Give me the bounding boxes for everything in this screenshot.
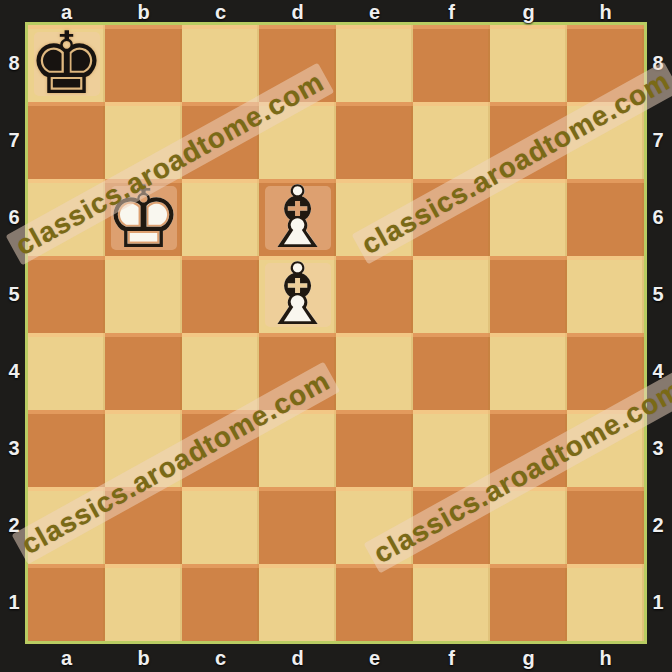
square-h8 bbox=[567, 25, 644, 102]
square-b8 bbox=[105, 25, 182, 102]
rank-label-left-7: 7 bbox=[0, 102, 28, 179]
square-b4 bbox=[105, 333, 182, 410]
square-g4 bbox=[490, 333, 567, 410]
square-b5 bbox=[105, 256, 182, 333]
square-b6: ♚♔ bbox=[105, 179, 182, 256]
rank-label-right-5: 5 bbox=[644, 256, 672, 333]
square-h5 bbox=[567, 256, 644, 333]
square-g3 bbox=[490, 410, 567, 487]
square-f6 bbox=[413, 179, 490, 256]
square-g1 bbox=[490, 564, 567, 641]
square-d1 bbox=[259, 564, 336, 641]
rank-label-right-3: 3 bbox=[644, 410, 672, 487]
square-f2 bbox=[413, 487, 490, 564]
white-king-outline-b6: ♔ bbox=[105, 179, 182, 256]
square-f1 bbox=[413, 564, 490, 641]
square-c4 bbox=[182, 333, 259, 410]
rank-label-right-1: 1 bbox=[644, 564, 672, 641]
square-g5 bbox=[490, 256, 567, 333]
square-e1 bbox=[336, 564, 413, 641]
rank-label-left-8: 8 bbox=[0, 25, 28, 102]
square-c1 bbox=[182, 564, 259, 641]
square-g2 bbox=[490, 487, 567, 564]
square-e7 bbox=[336, 102, 413, 179]
file-label-bottom-a: a bbox=[28, 646, 105, 671]
square-b3 bbox=[105, 410, 182, 487]
file-label-top-a: a bbox=[28, 0, 105, 25]
square-g8 bbox=[490, 25, 567, 102]
rank-label-right-7: 7 bbox=[644, 102, 672, 179]
chess-board: ♚♚♔♝♗♝♗ bbox=[28, 25, 644, 641]
file-label-bottom-b: b bbox=[105, 646, 182, 671]
rank-label-right-4: 4 bbox=[644, 333, 672, 410]
square-d2 bbox=[259, 487, 336, 564]
rank-label-left-1: 1 bbox=[0, 564, 28, 641]
file-label-top-d: d bbox=[259, 0, 336, 25]
square-c3 bbox=[182, 410, 259, 487]
square-h7 bbox=[567, 102, 644, 179]
square-e5 bbox=[336, 256, 413, 333]
square-b2 bbox=[105, 487, 182, 564]
square-d8 bbox=[259, 25, 336, 102]
file-label-top-h: h bbox=[567, 0, 644, 25]
chess-diagram: ♚♚♔♝♗♝♗ abcdefgh abcdefgh 87654321 87654… bbox=[0, 0, 672, 672]
square-d3 bbox=[259, 410, 336, 487]
square-c6 bbox=[182, 179, 259, 256]
rank-label-left-2: 2 bbox=[0, 487, 28, 564]
file-label-bottom-h: h bbox=[567, 646, 644, 671]
square-g7 bbox=[490, 102, 567, 179]
square-f4 bbox=[413, 333, 490, 410]
square-h6 bbox=[567, 179, 644, 256]
square-d5: ♝♗ bbox=[259, 256, 336, 333]
square-a1 bbox=[28, 564, 105, 641]
rank-label-right-8: 8 bbox=[644, 25, 672, 102]
square-a3 bbox=[28, 410, 105, 487]
rank-label-left-3: 3 bbox=[0, 410, 28, 487]
square-h1 bbox=[567, 564, 644, 641]
square-a4 bbox=[28, 333, 105, 410]
square-c8 bbox=[182, 25, 259, 102]
square-c5 bbox=[182, 256, 259, 333]
square-h2 bbox=[567, 487, 644, 564]
square-a5 bbox=[28, 256, 105, 333]
white-bishop-outline-d5: ♗ bbox=[259, 256, 336, 333]
file-label-top-f: f bbox=[413, 0, 490, 25]
rank-label-right-2: 2 bbox=[644, 487, 672, 564]
square-a6 bbox=[28, 179, 105, 256]
file-label-top-e: e bbox=[336, 0, 413, 25]
square-c7 bbox=[182, 102, 259, 179]
rank-label-left-5: 5 bbox=[0, 256, 28, 333]
file-label-top-g: g bbox=[490, 0, 567, 25]
file-label-bottom-g: g bbox=[490, 646, 567, 671]
square-f3 bbox=[413, 410, 490, 487]
file-label-top-b: b bbox=[105, 0, 182, 25]
file-label-bottom-c: c bbox=[182, 646, 259, 671]
square-e3 bbox=[336, 410, 413, 487]
square-f7 bbox=[413, 102, 490, 179]
square-f8 bbox=[413, 25, 490, 102]
square-e8 bbox=[336, 25, 413, 102]
file-label-bottom-d: d bbox=[259, 646, 336, 671]
square-e4 bbox=[336, 333, 413, 410]
square-e6 bbox=[336, 179, 413, 256]
rank-label-left-4: 4 bbox=[0, 333, 28, 410]
square-e2 bbox=[336, 487, 413, 564]
file-label-top-c: c bbox=[182, 0, 259, 25]
rank-label-left-6: 6 bbox=[0, 179, 28, 256]
square-f5 bbox=[413, 256, 490, 333]
square-b1 bbox=[105, 564, 182, 641]
square-d4 bbox=[259, 333, 336, 410]
square-c2 bbox=[182, 487, 259, 564]
square-a8: ♚ bbox=[28, 25, 105, 102]
file-label-bottom-e: e bbox=[336, 646, 413, 671]
square-g6 bbox=[490, 179, 567, 256]
square-a2 bbox=[28, 487, 105, 564]
rank-label-right-6: 6 bbox=[644, 179, 672, 256]
file-label-bottom-f: f bbox=[413, 646, 490, 671]
square-h3 bbox=[567, 410, 644, 487]
black-king-a8: ♚ bbox=[28, 25, 105, 102]
square-a7 bbox=[28, 102, 105, 179]
square-h4 bbox=[567, 333, 644, 410]
